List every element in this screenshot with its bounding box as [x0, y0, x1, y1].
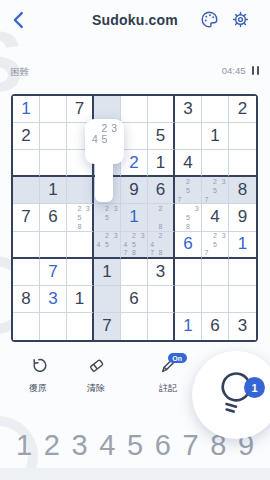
cell-r3c7[interactable]: 4	[175, 150, 202, 177]
cell-r6c6[interactable]: 2478	[148, 232, 175, 259]
cell-r3c6[interactable]: 1	[148, 150, 175, 177]
numpad-6[interactable]: 6	[150, 430, 176, 462]
notes-r5c3: 2358	[67, 204, 92, 230]
cell-r4c2[interactable]: 1	[40, 177, 67, 204]
cell-r1c6[interactable]	[148, 96, 175, 123]
cell-r8c2[interactable]: 3	[40, 286, 67, 313]
cell-r7c9[interactable]	[229, 259, 256, 286]
cell-r3c8[interactable]	[202, 150, 229, 177]
pause-icon	[257, 66, 260, 75]
sudoku-board[interactable]: 1732251214196257235787623582351283584923…	[11, 94, 258, 342]
palette-icon	[200, 15, 219, 32]
app-title: Sudoku.com	[0, 12, 270, 28]
cell-r4c6[interactable]: 6	[148, 177, 175, 204]
cell-r6c1[interactable]	[13, 232, 40, 259]
notes-popup-body: 2345	[85, 119, 124, 164]
cell-r5c4[interactable]: 235	[94, 204, 121, 231]
cell-r7c2[interactable]: 7	[40, 259, 67, 286]
theme-button[interactable]	[200, 10, 219, 29]
cell-r2c9[interactable]	[229, 123, 256, 150]
cell-r5c6[interactable]: 28	[148, 204, 175, 231]
pencil-icon	[159, 361, 178, 378]
cell-r5c9[interactable]: 9	[229, 204, 256, 231]
cell-r9c9[interactable]: 3	[229, 313, 256, 340]
cell-r4c5[interactable]: 9	[121, 177, 148, 204]
numpad-1[interactable]: 1	[11, 430, 37, 462]
numpad-7[interactable]: 7	[178, 430, 204, 462]
erase-label: 清除	[87, 382, 105, 395]
settings-button[interactable]	[231, 10, 250, 29]
cell-r7c1[interactable]	[13, 259, 40, 286]
cell-r8c7[interactable]	[175, 286, 202, 313]
cell-r4c9[interactable]: 8	[229, 177, 256, 204]
cell-r1c7[interactable]: 3	[175, 96, 202, 123]
cell-r5c1[interactable]: 7	[13, 204, 40, 231]
cell-r3c1[interactable]	[13, 150, 40, 177]
cell-r8c1[interactable]: 8	[13, 286, 40, 313]
cell-r8c4[interactable]	[94, 286, 121, 313]
notes-r6c8: 2357	[202, 232, 228, 257]
cell-r6c9[interactable]: 1	[229, 232, 256, 259]
notes-r4c8: 2357	[202, 177, 228, 203]
cell-r6c3[interactable]	[67, 232, 94, 259]
pause-icon	[252, 66, 255, 75]
undo-label: 復原	[29, 382, 47, 395]
cell-r9c6[interactable]	[148, 313, 175, 340]
cell-r1c9[interactable]: 2	[229, 96, 256, 123]
cell-r5c8[interactable]: 4	[202, 204, 229, 231]
header: Sudoku.com	[0, 0, 270, 40]
cell-r6c7[interactable]: 6	[175, 232, 202, 259]
notes-r5c6: 28	[148, 204, 173, 230]
cell-r4c3[interactable]	[67, 177, 94, 204]
notes-toggle-button[interactable]: On 註記	[145, 356, 191, 395]
notes-on-badge: On	[168, 353, 187, 363]
notes-r6c5: 234578	[121, 232, 147, 257]
notes-label: 註記	[159, 382, 177, 395]
cell-r3c9[interactable]	[229, 150, 256, 177]
notes-r5c7: 358	[175, 204, 201, 230]
cell-r1c2[interactable]	[40, 96, 67, 123]
cell-r9c7[interactable]: 1	[175, 313, 202, 340]
cell-r2c7[interactable]	[175, 123, 202, 150]
cell-r4c7[interactable]: 257	[175, 177, 202, 204]
cell-r2c6[interactable]: 5	[148, 123, 175, 150]
difficulty-label: 困難	[10, 66, 29, 79]
undo-icon	[29, 356, 48, 379]
notes-r5c4: 235	[94, 204, 120, 230]
cell-r5c7[interactable]: 358	[175, 204, 202, 231]
hint-count-badge: 1	[244, 377, 265, 398]
notes-r6c4: 2345	[94, 232, 120, 257]
eraser-icon	[87, 356, 106, 379]
cell-r1c5[interactable]	[121, 96, 148, 123]
cell-r7c5[interactable]	[121, 259, 148, 286]
cell-r9c8[interactable]: 6	[202, 313, 229, 340]
numpad-5[interactable]: 5	[122, 430, 148, 462]
cell-r9c1[interactable]	[13, 313, 40, 340]
cell-r1c1[interactable]: 1	[13, 96, 40, 123]
timer-text: 04:45	[222, 65, 246, 76]
pause-button[interactable]	[251, 65, 261, 76]
cell-r7c8[interactable]	[202, 259, 229, 286]
notes-r6c6: 2478	[148, 232, 173, 257]
cell-r8c9[interactable]	[229, 286, 256, 313]
cell-r6c5[interactable]: 234578	[121, 232, 148, 259]
cell-r3c2[interactable]	[40, 150, 67, 177]
timer: 04:45	[222, 65, 260, 76]
home-bar-strip	[0, 468, 270, 480]
cell-r8c6[interactable]	[148, 286, 175, 313]
cell-r2c2[interactable]	[40, 123, 67, 150]
cell-r5c2[interactable]: 6	[40, 204, 67, 231]
cell-r3c5[interactable]: 2	[121, 150, 148, 177]
cell-r9c2[interactable]	[40, 313, 67, 340]
cell-r7c6[interactable]: 3	[148, 259, 175, 286]
notes-r4c7: 257	[175, 177, 201, 203]
gear-icon	[231, 15, 250, 32]
cell-r5c5[interactable]: 1	[121, 204, 148, 231]
cell-r5c3[interactable]: 2358	[67, 204, 94, 231]
cell-r9c4[interactable]: 7	[94, 313, 121, 340]
cell-r8c3[interactable]: 1	[67, 286, 94, 313]
erase-button[interactable]: 清除	[73, 356, 119, 395]
hint-button[interactable]: 1	[192, 351, 270, 439]
cell-r9c3[interactable]	[67, 313, 94, 340]
cell-r2c1[interactable]: 2	[13, 123, 40, 150]
undo-button[interactable]: 復原	[15, 356, 61, 395]
numpad-3[interactable]: 3	[67, 430, 93, 462]
cell-r2c8[interactable]: 1	[202, 123, 229, 150]
cell-r7c4[interactable]: 1	[94, 259, 121, 286]
numpad-4[interactable]: 4	[94, 430, 120, 462]
cell-r7c3[interactable]	[67, 259, 94, 286]
cell-r1c8[interactable]	[202, 96, 229, 123]
cell-r4c8[interactable]: 2357	[202, 177, 229, 204]
numpad-2[interactable]: 2	[39, 430, 65, 462]
cell-r8c8[interactable]	[202, 286, 229, 313]
cell-r8c5[interactable]: 6	[121, 286, 148, 313]
cell-r2c5[interactable]	[121, 123, 148, 150]
cell-r4c1[interactable]	[13, 177, 40, 204]
cell-r6c8[interactable]: 2357	[202, 232, 229, 259]
cell-r7c7[interactable]	[175, 259, 202, 286]
cell-r6c2[interactable]	[40, 232, 67, 259]
cell-r6c4[interactable]: 2345	[94, 232, 121, 259]
cell-r9c5[interactable]	[121, 313, 148, 340]
